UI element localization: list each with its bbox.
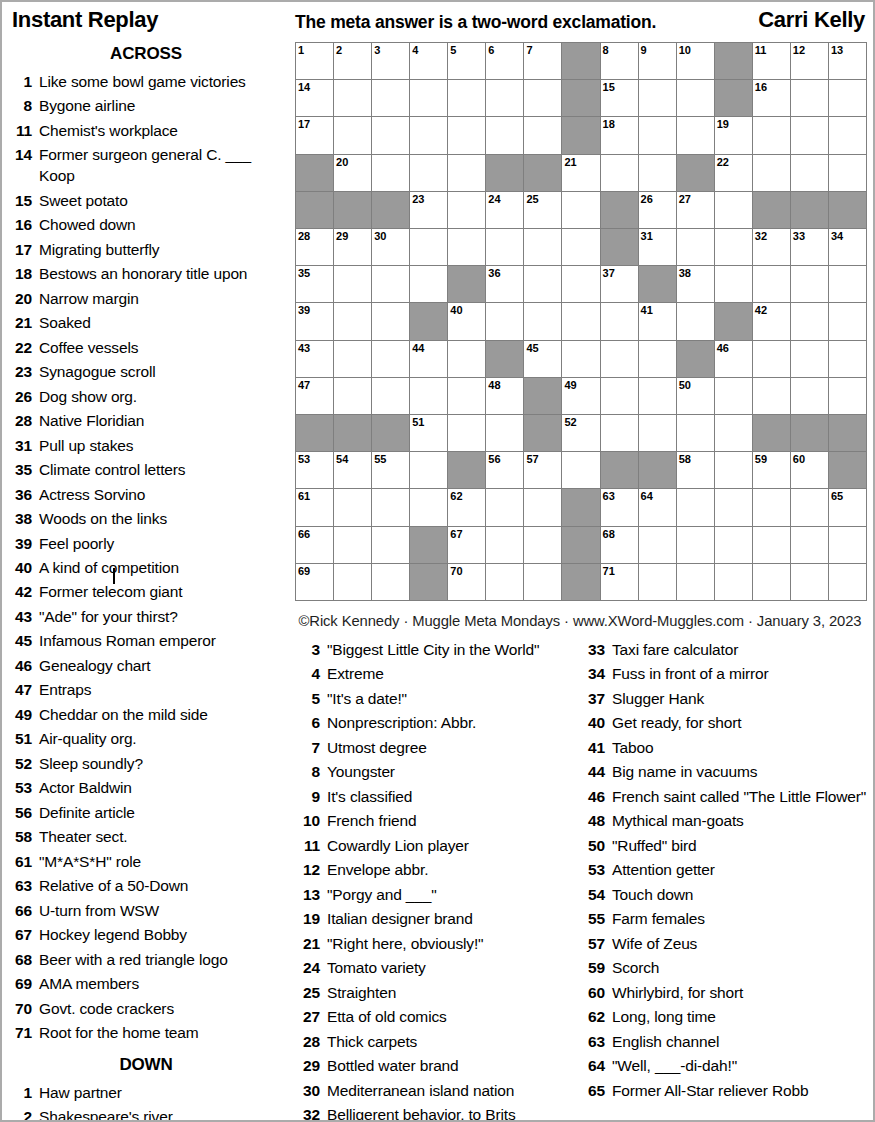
grid-cell-r6c8[interactable] (562, 229, 599, 265)
grid-cell-r12c7[interactable]: 57 (524, 452, 561, 488)
clue-text: Coffee vessels (39, 338, 282, 359)
grid-cell-r10c10[interactable] (639, 378, 676, 414)
grid-cell-r11c12[interactable] (715, 415, 752, 451)
grid-cell-r12c3[interactable]: 55 (372, 452, 409, 488)
grid-cell-r7c11[interactable]: 38 (677, 266, 714, 302)
grid-cell-r3c7[interactable] (524, 117, 561, 153)
grid-cell-r15c9[interactable]: 71 (601, 564, 638, 600)
clue-number: 38 (10, 509, 32, 530)
cell-number: 68 (603, 528, 615, 540)
grid-cell-r9c9[interactable] (601, 341, 638, 377)
grid-cell-r11c6[interactable] (486, 415, 523, 451)
grid-cell-r15c14[interactable] (791, 564, 828, 600)
grid-cell-r2c11[interactable] (677, 80, 714, 116)
clue-number: 65 (583, 1081, 605, 1102)
grid-cell-r14c11[interactable] (677, 527, 714, 563)
grid-cell-r1c14[interactable]: 12 (791, 43, 828, 79)
cell-number: 60 (793, 453, 805, 465)
clue-text: Govt. code crackers (39, 999, 282, 1020)
grid-cell-r15c4 (410, 564, 447, 600)
grid-cell-r3c11[interactable] (677, 117, 714, 153)
clue-number: 62 (583, 1007, 605, 1028)
clue-across-40: 40A kind of competition (10, 558, 282, 579)
grid-cell-r13c13[interactable] (753, 489, 790, 525)
clue-number: 32 (298, 1105, 320, 1122)
grid-cell-r13c15[interactable]: 65 (829, 489, 866, 525)
grid-cell-r15c2[interactable] (334, 564, 371, 600)
grid-cell-r13c6[interactable] (486, 489, 523, 525)
clue-number: 71 (10, 1023, 32, 1044)
clue-down-62: 62Long, long time (583, 1007, 875, 1028)
clue-across-53: 53Actor Baldwin (10, 778, 282, 799)
grid-cell-r4c3[interactable] (372, 155, 409, 191)
cell-number: 30 (374, 230, 386, 242)
grid-cell-r13c11[interactable] (677, 489, 714, 525)
grid-cell-r11c10[interactable] (639, 415, 676, 451)
grid-cell-r8c13[interactable]: 42 (753, 303, 790, 339)
grid-cell-r9c15[interactable] (829, 341, 866, 377)
grid-cell-r14c6[interactable] (486, 527, 523, 563)
clue-text: Tomato variety (327, 958, 582, 979)
grid-cell-r13c7[interactable] (524, 489, 561, 525)
grid-cell-r8c8[interactable] (562, 303, 599, 339)
grid-cell-r4c2[interactable]: 20 (334, 155, 371, 191)
clue-text: Climate control letters (39, 460, 282, 481)
grid-cell-r11c5[interactable] (448, 415, 485, 451)
cell-number: 46 (717, 342, 729, 354)
clue-text: Belligerent behavior, to Brits (327, 1105, 582, 1122)
grid-cell-r15c6[interactable] (486, 564, 523, 600)
clue-text: Woods on the links (39, 509, 282, 530)
grid-cell-r8c10[interactable]: 41 (639, 303, 676, 339)
grid-cell-r3c12[interactable]: 19 (715, 117, 752, 153)
grid-cell-r10c5[interactable] (448, 378, 485, 414)
cell-number: 39 (298, 304, 310, 316)
grid-cell-r7c9[interactable]: 37 (601, 266, 638, 302)
cell-number: 12 (793, 44, 805, 56)
clue-number: 25 (298, 983, 320, 1004)
cell-number: 21 (564, 156, 576, 168)
grid-cell-r3c10[interactable] (639, 117, 676, 153)
clue-text: Thick carpets (327, 1032, 582, 1053)
clue-number: 40 (10, 558, 32, 579)
grid-cell-r14c12[interactable] (715, 527, 752, 563)
grid-cell-r13c12[interactable] (715, 489, 752, 525)
grid-cell-r14c3[interactable] (372, 527, 409, 563)
grid-cell-r6c15[interactable]: 34 (829, 229, 866, 265)
grid-cell-r1c13[interactable]: 11 (753, 43, 790, 79)
grid-cell-r12c6[interactable]: 56 (486, 452, 523, 488)
grid-cell-r14c10[interactable] (639, 527, 676, 563)
grid-cell-r4c15[interactable] (829, 155, 866, 191)
grid-cell-r5c7[interactable]: 25 (524, 192, 561, 228)
cell-number: 24 (488, 193, 500, 205)
grid-cell-r9c4[interactable]: 44 (410, 341, 447, 377)
clue-number: 22 (10, 338, 32, 359)
clue-text: A kind of competition (39, 558, 282, 579)
cell-number: 26 (641, 193, 653, 205)
clue-text: Definite article (39, 803, 282, 824)
grid-cell-r10c13[interactable] (753, 378, 790, 414)
grid-cell-r1c11[interactable]: 10 (677, 43, 714, 79)
grid-cell-r10c1[interactable]: 47 (296, 378, 333, 414)
grid-cell-r7c12[interactable] (715, 266, 752, 302)
grid-cell-r13c10[interactable]: 64 (639, 489, 676, 525)
clue-number: 70 (10, 999, 32, 1020)
grid-cell-r3c1[interactable]: 17 (296, 117, 333, 153)
clue-down-55: 55Farm females (583, 909, 875, 930)
grid-cell-r4c12[interactable]: 22 (715, 155, 752, 191)
grid-cell-r8c1[interactable]: 39 (296, 303, 333, 339)
clue-across-52: 52Sleep soundly? (10, 754, 282, 775)
grid-cell-r8c5[interactable]: 40 (448, 303, 485, 339)
grid-cell-r11c7 (524, 415, 561, 451)
grid-cell-r8c7[interactable] (524, 303, 561, 339)
grid-cell-r4c5[interactable] (448, 155, 485, 191)
grid-cell-r2c14[interactable] (791, 80, 828, 116)
grid-cell-r15c3[interactable] (372, 564, 409, 600)
grid-cell-r2c7[interactable] (524, 80, 561, 116)
grid-cell-r11c9[interactable] (601, 415, 638, 451)
grid-cell-r7c7[interactable] (524, 266, 561, 302)
grid-cell-r14c2[interactable] (334, 527, 371, 563)
puzzle-title: Instant Replay (12, 7, 158, 33)
grid-cell-r15c11[interactable] (677, 564, 714, 600)
clue-across-36: 36Actress Sorvino (10, 485, 282, 506)
grid-cell-r2c13[interactable]: 16 (753, 80, 790, 116)
grid-cell-r3c14[interactable] (791, 117, 828, 153)
clue-text: Sleep soundly? (39, 754, 282, 775)
grid-cell-r9c5[interactable] (448, 341, 485, 377)
grid-cell-r5c10[interactable]: 26 (639, 192, 676, 228)
grid-cell-r1c6[interactable]: 6 (486, 43, 523, 79)
grid-cell-r9c7[interactable]: 45 (524, 341, 561, 377)
clue-text: "Ruffed" bird (612, 836, 875, 857)
grid-cell-r6c10[interactable]: 31 (639, 229, 676, 265)
clue-across-68: 68Beer with a red triangle logo (10, 950, 282, 971)
grid-cell-r3c9[interactable]: 18 (601, 117, 638, 153)
grid-cell-r8c2[interactable] (334, 303, 371, 339)
clue-text: Touch down (612, 885, 875, 906)
clue-down-46: 46French saint called "The Little Flower… (583, 787, 875, 808)
clue-text: It's classified (327, 787, 582, 808)
clue-across-8: 8Bygone airline (10, 96, 282, 117)
grid-cell-r1c3[interactable]: 3 (372, 43, 409, 79)
clue-down-13: 13"Porgy and ___" (298, 885, 582, 906)
grid-cell-r6c14[interactable]: 33 (791, 229, 828, 265)
grid-cell-r4c9[interactable] (601, 155, 638, 191)
grid-cell-r10c9[interactable] (601, 378, 638, 414)
grid-cell-r14c13[interactable] (753, 527, 790, 563)
grid-cell-r3c3[interactable] (372, 117, 409, 153)
grid-cell-r2c2[interactable] (334, 80, 371, 116)
clue-number: 52 (10, 754, 32, 775)
grid-cell-r14c5[interactable]: 67 (448, 527, 485, 563)
grid-cell-r12c4[interactable] (410, 452, 447, 488)
grid-cell-r2c4[interactable] (410, 80, 447, 116)
grid-cell-r7c14[interactable] (791, 266, 828, 302)
grid-cell-r1c2[interactable]: 2 (334, 43, 371, 79)
grid-cell-r6c3[interactable]: 30 (372, 229, 409, 265)
grid-cell-r5c4[interactable]: 23 (410, 192, 447, 228)
clue-across-61: 61"M*A*S*H" role (10, 852, 282, 873)
grid-cell-r15c10[interactable] (639, 564, 676, 600)
grid-cell-r5c11[interactable]: 27 (677, 192, 714, 228)
grid-cell-r9c2[interactable] (334, 341, 371, 377)
grid-cell-r14c9[interactable]: 68 (601, 527, 638, 563)
clue-text: Scorch (612, 958, 875, 979)
grid-cell-r11c8[interactable]: 52 (562, 415, 599, 451)
grid-cell-r13c4[interactable] (410, 489, 447, 525)
clue-across-15: 15Sweet potato (10, 191, 282, 212)
clue-number: 42 (10, 582, 32, 603)
grid-cell-r5c8[interactable] (562, 192, 599, 228)
cell-number: 63 (603, 490, 615, 502)
grid-cell-r15c13[interactable] (753, 564, 790, 600)
cell-number: 1 (298, 44, 304, 56)
grid-cell-r12c14[interactable]: 60 (791, 452, 828, 488)
grid-cell-r13c2[interactable] (334, 489, 371, 525)
grid-cell-r10c12[interactable] (715, 378, 752, 414)
grid-cell-r4c8[interactable]: 21 (562, 155, 599, 191)
grid-cell-r11c4[interactable]: 51 (410, 415, 447, 451)
grid-cell-r6c11[interactable] (677, 229, 714, 265)
clue-number: 20 (10, 289, 32, 310)
clue-text: Feel poorly (39, 534, 282, 555)
clue-across-69: 69AMA members (10, 974, 282, 995)
cell-number: 67 (450, 528, 462, 540)
grid-cell-r6c4[interactable] (410, 229, 447, 265)
clue-across-51: 51Air-quality org. (10, 729, 282, 750)
grid-cell-r12c15 (829, 452, 866, 488)
grid-cell-r5c15 (829, 192, 866, 228)
grid-cell-r10c15[interactable] (829, 378, 866, 414)
grid-cell-r10c11[interactable]: 50 (677, 378, 714, 414)
clue-across-45: 45Infamous Roman emperor (10, 631, 282, 652)
grid-cell-r15c5[interactable]: 70 (448, 564, 485, 600)
clue-across-38: 38Woods on the links (10, 509, 282, 530)
grid-cell-r7c4[interactable] (410, 266, 447, 302)
grid-cell-r14c7[interactable] (524, 527, 561, 563)
grid-cell-r1c7[interactable]: 7 (524, 43, 561, 79)
clue-number: 27 (298, 1007, 320, 1028)
grid-cell-r12c8[interactable] (562, 452, 599, 488)
clue-down-64: 64"Well, ___-di-dah!" (583, 1056, 875, 1077)
grid-cell-r10c8[interactable]: 49 (562, 378, 599, 414)
grid-cell-r7c13[interactable] (753, 266, 790, 302)
grid-cell-r4c1 (296, 155, 333, 191)
grid-cell-r10c14[interactable] (791, 378, 828, 414)
cell-number: 45 (526, 342, 538, 354)
grid-cell-r2c10[interactable] (639, 80, 676, 116)
grid-cell-r6c6[interactable] (486, 229, 523, 265)
text-caret (113, 568, 115, 584)
grid-cell-r15c7[interactable] (524, 564, 561, 600)
grid-cell-r3c13[interactable] (753, 117, 790, 153)
cell-number: 29 (336, 230, 348, 242)
clue-number: 11 (298, 836, 320, 857)
grid-cell-r6c12[interactable] (715, 229, 752, 265)
grid-cell-r4c10[interactable] (639, 155, 676, 191)
grid-cell-r8c11[interactable] (677, 303, 714, 339)
grid-cell-r9c11 (677, 341, 714, 377)
grid-cell-r14c14[interactable] (791, 527, 828, 563)
grid-cell-r1c10[interactable]: 9 (639, 43, 676, 79)
grid-cell-r1c15[interactable]: 13 (829, 43, 866, 79)
clue-text: Air-quality org. (39, 729, 282, 750)
clue-number: 63 (10, 876, 32, 897)
grid-cell-r7c3[interactable] (372, 266, 409, 302)
grid-cell-r13c3[interactable] (372, 489, 409, 525)
clue-text: Narrow margin (39, 289, 282, 310)
cell-number: 69 (298, 565, 310, 577)
clue-number: 58 (10, 827, 32, 848)
clue-number: 9 (298, 787, 320, 808)
grid-cell-r15c15[interactable] (829, 564, 866, 600)
grid-cell-r12c11[interactable]: 58 (677, 452, 714, 488)
grid-cell-r1c12 (715, 43, 752, 79)
grid-cell-r6c1[interactable]: 28 (296, 229, 333, 265)
grid-cell-r14c15[interactable] (829, 527, 866, 563)
grid-cell-r11c11[interactable] (677, 415, 714, 451)
clue-number: 12 (298, 860, 320, 881)
clue-down-10: 10French friend (298, 811, 582, 832)
grid-cell-r3c6[interactable] (486, 117, 523, 153)
grid-cell-r7c6[interactable]: 36 (486, 266, 523, 302)
grid-cell-r2c9[interactable]: 15 (601, 80, 638, 116)
cell-number: 43 (298, 342, 310, 354)
grid-cell-r3c2[interactable] (334, 117, 371, 153)
grid-cell-r3c15[interactable] (829, 117, 866, 153)
across-clue-column: ACROSS 1Like some bowl game victories8By… (10, 44, 282, 1122)
clue-number: 69 (10, 974, 32, 995)
grid-cell-r5c6[interactable]: 24 (486, 192, 523, 228)
clue-down-8: 8Youngster (298, 762, 582, 783)
grid-cell-r4c14[interactable] (791, 155, 828, 191)
grid-cell-r9c14[interactable] (791, 341, 828, 377)
grid-cell-r9c3[interactable] (372, 341, 409, 377)
grid-cell-r7c8[interactable] (562, 266, 599, 302)
cell-number: 2 (336, 44, 342, 56)
grid-cell-r4c4[interactable] (410, 155, 447, 191)
clue-text: Farm females (612, 909, 875, 930)
clue-down-32: 32Belligerent behavior, to Brits (298, 1105, 582, 1122)
clue-number: 2 (10, 1107, 32, 1122)
clue-across-70: 70Govt. code crackers (10, 999, 282, 1020)
grid-cell-r5c12[interactable] (715, 192, 752, 228)
grid-cell-r1c9[interactable]: 8 (601, 43, 638, 79)
grid-cell-r2c1[interactable]: 14 (296, 80, 333, 116)
grid-cell-r7c1[interactable]: 35 (296, 266, 333, 302)
clue-across-43: 43"Ade" for your thirst? (10, 607, 282, 628)
clue-across-42: 42Former telecom giant (10, 582, 282, 603)
grid-cell-r12c2[interactable]: 54 (334, 452, 371, 488)
grid-cell-r8c9[interactable] (601, 303, 638, 339)
grid-cell-r15c1[interactable]: 69 (296, 564, 333, 600)
clue-number: 1 (10, 1083, 32, 1104)
grid-cell-r3c4[interactable] (410, 117, 447, 153)
grid-cell-r8c15[interactable] (829, 303, 866, 339)
clue-number: 34 (583, 664, 605, 685)
grid-cell-r2c6[interactable] (486, 80, 523, 116)
grid-cell-r14c1[interactable]: 66 (296, 527, 333, 563)
grid-cell-r9c13[interactable] (753, 341, 790, 377)
clue-text: Cowardly Lion player (327, 836, 582, 857)
cell-number: 59 (755, 453, 767, 465)
grid-cell-r11c1 (296, 415, 333, 451)
grid-cell-r12c1[interactable]: 53 (296, 452, 333, 488)
clue-text: Straighten (327, 983, 582, 1004)
clue-text: Bottled water brand (327, 1056, 582, 1077)
grid-cell-r7c2[interactable] (334, 266, 371, 302)
grid-cell-r8c14[interactable] (791, 303, 828, 339)
grid-cell-r9c8[interactable] (562, 341, 599, 377)
grid-cell-r15c12[interactable] (715, 564, 752, 600)
grid-cell-r13c1[interactable]: 61 (296, 489, 333, 525)
grid-cell-r13c14[interactable] (791, 489, 828, 525)
clue-number: 53 (10, 778, 32, 799)
grid-cell-r3c5[interactable] (448, 117, 485, 153)
grid-cell-r4c7 (524, 155, 561, 191)
cell-number: 42 (755, 304, 767, 316)
grid-cell-r12c12[interactable] (715, 452, 752, 488)
clue-text: "Well, ___-di-dah!" (612, 1056, 875, 1077)
grid-cell-r7c15[interactable] (829, 266, 866, 302)
clue-down-37: 37Slugger Hank (583, 689, 875, 710)
grid-cell-r6c5[interactable] (448, 229, 485, 265)
clue-text: Relative of a 50-Down (39, 876, 282, 897)
grid-cell-r2c15[interactable] (829, 80, 866, 116)
cell-number: 22 (717, 156, 729, 168)
clue-across-71: 71Root for the home team (10, 1023, 282, 1044)
grid-cell-r10c3[interactable] (372, 378, 409, 414)
grid-cell-r8c6[interactable] (486, 303, 523, 339)
grid-cell-r1c1[interactable]: 1 (296, 43, 333, 79)
grid-cell-r1c4[interactable]: 4 (410, 43, 447, 79)
grid-cell-r10c2[interactable] (334, 378, 371, 414)
cell-number: 44 (412, 342, 424, 354)
clue-across-26: 26Dog show org. (10, 387, 282, 408)
grid-cell-r9c12[interactable]: 46 (715, 341, 752, 377)
clue-number: 1 (10, 72, 32, 93)
grid-cell-r4c13[interactable] (753, 155, 790, 191)
puzzle-author: Carri Kelly (758, 7, 865, 33)
grid-cell-r10c6[interactable]: 48 (486, 378, 523, 414)
grid-cell-r6c7[interactable] (524, 229, 561, 265)
grid-cell-r13c9[interactable]: 63 (601, 489, 638, 525)
grid-cell-r9c10[interactable] (639, 341, 676, 377)
clue-number: 36 (10, 485, 32, 506)
grid-cell-r8c3[interactable] (372, 303, 409, 339)
clue-text: Infamous Roman emperor (39, 631, 282, 652)
cell-number: 61 (298, 490, 310, 502)
clue-down-54: 54Touch down (583, 885, 875, 906)
grid-cell-r13c5[interactable]: 62 (448, 489, 485, 525)
grid-cell-r2c3[interactable] (372, 80, 409, 116)
clue-number: 50 (583, 836, 605, 857)
grid-cell-r2c5[interactable] (448, 80, 485, 116)
grid-cell-r10c4[interactable] (410, 378, 447, 414)
grid-cell-r1c5[interactable]: 5 (448, 43, 485, 79)
grid-cell-r7c5 (448, 266, 485, 302)
clue-number: 47 (10, 680, 32, 701)
clue-across-66: 66U-turn from WSW (10, 901, 282, 922)
grid-cell-r6c13[interactable]: 32 (753, 229, 790, 265)
grid-cell-r6c2[interactable]: 29 (334, 229, 371, 265)
grid-cell-r12c13[interactable]: 59 (753, 452, 790, 488)
grid-cell-r5c5[interactable] (448, 192, 485, 228)
grid-cell-r9c1[interactable]: 43 (296, 341, 333, 377)
